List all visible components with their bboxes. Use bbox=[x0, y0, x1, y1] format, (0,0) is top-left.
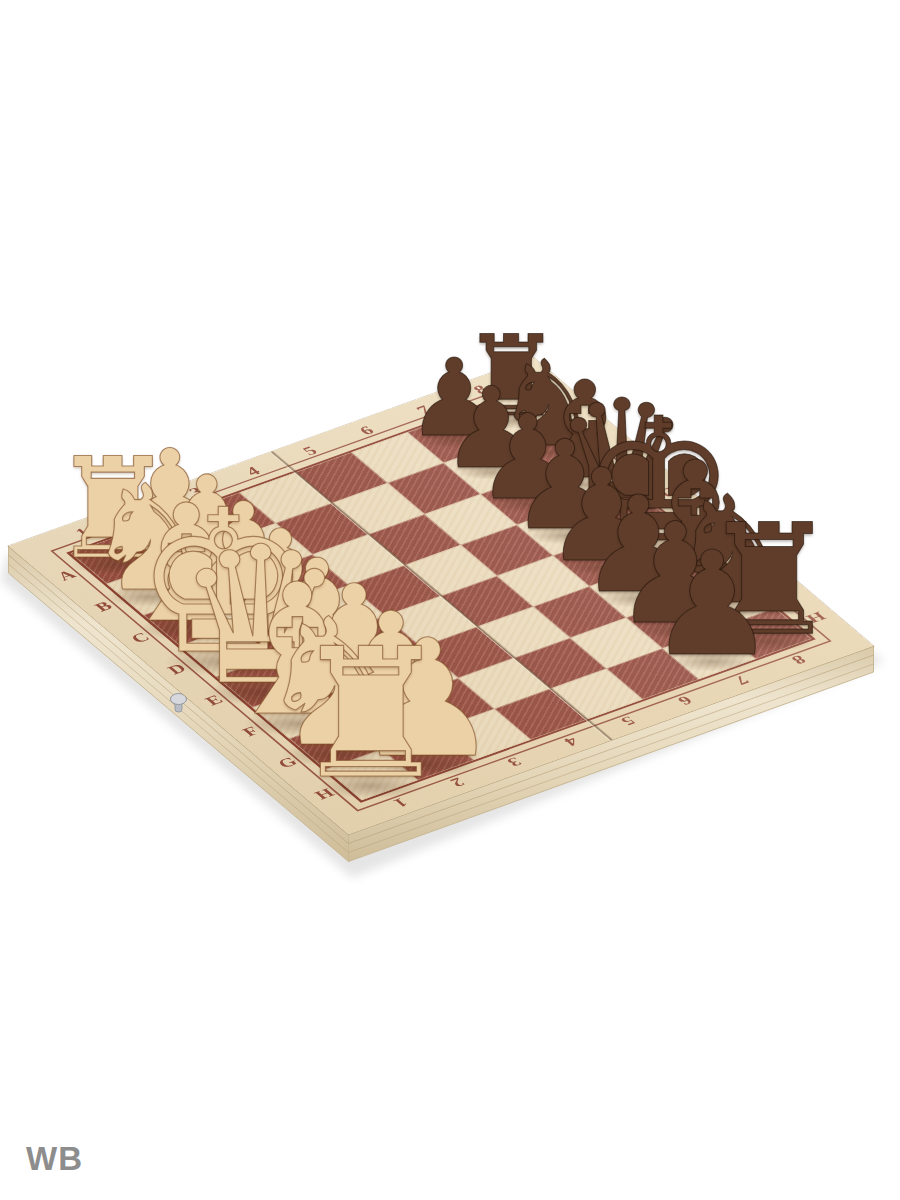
watermark-wb: WB bbox=[26, 1140, 83, 1178]
product-photo-stage: AABBCCDDEEFFGGHH1122334455667788 ♜♞♝♛♚♝♞… bbox=[0, 0, 900, 1200]
